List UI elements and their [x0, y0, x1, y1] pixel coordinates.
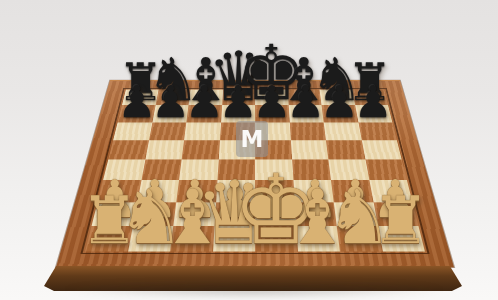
- watermark-label: M: [241, 126, 264, 152]
- piece-white-rook-h1[interactable]: ♜: [341, 188, 461, 254]
- chess-photo: ♜♞♝♛♚♝♞♜♟♟♟♟♟♟♟♟♟♟♟♟♟♟♟♟♜♞♝♛♚♝♞♜ M: [0, 0, 498, 300]
- watermark: M: [236, 121, 268, 157]
- piece-black-pawn-h7[interactable]: ♟: [313, 80, 433, 124]
